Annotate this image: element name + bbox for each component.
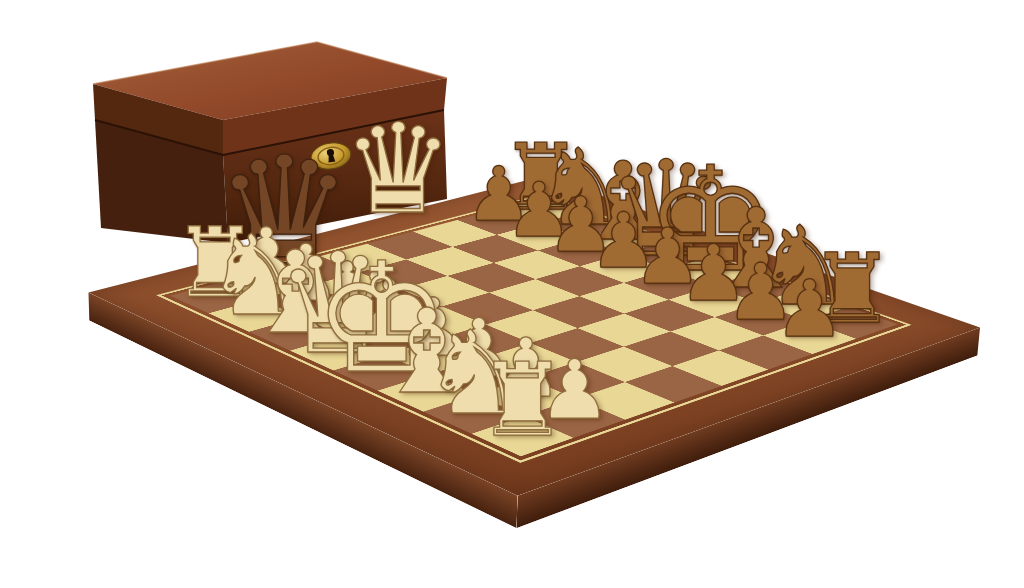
- piece-black-p-h7[interactable]: ♟: [774, 270, 844, 349]
- piece-white-r-h1[interactable]: ♜: [477, 350, 568, 451]
- spare-queen-light[interactable]: ♛: [342, 107, 453, 231]
- chess-set-photo: ♜♞♝♛♚♝♞♜♟♟♟♟♟♟♟♟♟♟♟♟♟♟♟♟♜♞♝♛♚♝♞♜♛♛: [0, 0, 1024, 588]
